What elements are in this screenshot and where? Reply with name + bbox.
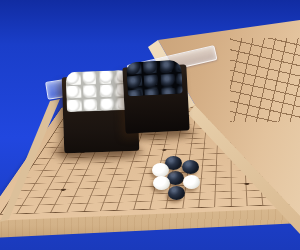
photo-scene: [0, 0, 300, 250]
stone-black: [168, 186, 185, 200]
stone-white: [152, 163, 169, 177]
standing-board-grid: [230, 38, 300, 122]
stone-black: [182, 160, 199, 174]
stone-white: [153, 176, 170, 190]
stone-white: [183, 175, 200, 189]
black-stone-box: [122, 64, 189, 133]
black-stones-heap: [126, 60, 183, 97]
